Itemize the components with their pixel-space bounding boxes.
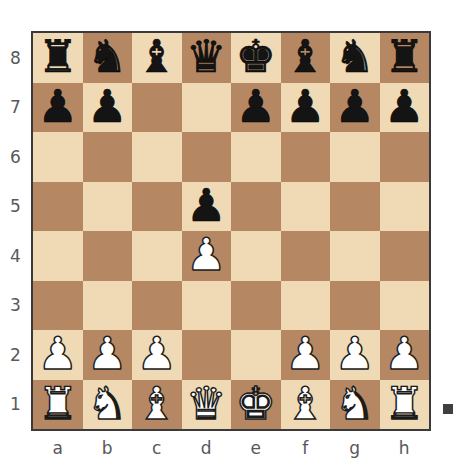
- square-f1[interactable]: ♝: [281, 380, 331, 430]
- piece-white-pawn[interactable]: ♟: [38, 331, 78, 376]
- square-g6[interactable]: [330, 132, 380, 182]
- square-a7[interactable]: ♟: [33, 83, 83, 133]
- square-f8[interactable]: ♝: [281, 33, 331, 83]
- square-e3[interactable]: [231, 281, 281, 331]
- square-d7[interactable]: [182, 83, 232, 133]
- square-a6[interactable]: [33, 132, 83, 182]
- file-label-e: e: [231, 433, 281, 462]
- piece-white-pawn[interactable]: ♟: [186, 232, 226, 277]
- square-f3[interactable]: [281, 281, 331, 331]
- file-label-f: f: [281, 433, 331, 462]
- square-h5[interactable]: [380, 182, 430, 232]
- rank-label-4: 4: [0, 231, 31, 281]
- square-b7[interactable]: ♟: [83, 83, 133, 133]
- piece-white-king[interactable]: ♚: [236, 381, 276, 426]
- rank-label-3: 3: [0, 281, 31, 331]
- piece-black-pawn[interactable]: ♟: [38, 84, 78, 129]
- square-c3[interactable]: [132, 281, 182, 331]
- square-g3[interactable]: [330, 281, 380, 331]
- file-label-a: a: [33, 433, 83, 462]
- piece-black-pawn[interactable]: ♟: [335, 84, 375, 129]
- square-g7[interactable]: ♟: [330, 83, 380, 133]
- square-c8[interactable]: ♝: [132, 33, 182, 83]
- square-b1[interactable]: ♞: [83, 380, 133, 430]
- file-labels: abcdefgh: [33, 433, 429, 462]
- piece-black-queen[interactable]: ♛: [186, 34, 226, 79]
- piece-black-pawn[interactable]: ♟: [236, 84, 276, 129]
- square-e5[interactable]: [231, 182, 281, 232]
- piece-black-pawn[interactable]: ♟: [87, 84, 127, 129]
- square-e1[interactable]: ♚: [231, 380, 281, 430]
- rank-label-7: 7: [0, 83, 31, 133]
- square-d1[interactable]: ♛: [182, 380, 232, 430]
- square-e7[interactable]: ♟: [231, 83, 281, 133]
- square-f2[interactable]: ♟: [281, 330, 331, 380]
- square-h2[interactable]: ♟: [380, 330, 430, 380]
- square-g4[interactable]: [330, 231, 380, 281]
- piece-white-pawn[interactable]: ♟: [335, 331, 375, 376]
- square-h7[interactable]: ♟: [380, 83, 430, 133]
- square-g8[interactable]: ♞: [330, 33, 380, 83]
- piece-white-pawn[interactable]: ♟: [384, 331, 424, 376]
- move-marker: [443, 404, 453, 414]
- square-d3[interactable]: [182, 281, 232, 331]
- square-f6[interactable]: [281, 132, 331, 182]
- square-h1[interactable]: ♜: [380, 380, 430, 430]
- rank-labels: 87654321: [0, 33, 31, 429]
- square-b8[interactable]: ♞: [83, 33, 133, 83]
- square-b6[interactable]: [83, 132, 133, 182]
- rank-label-1: 1: [0, 380, 31, 430]
- piece-white-bishop[interactable]: ♝: [137, 381, 177, 426]
- square-a2[interactable]: ♟: [33, 330, 83, 380]
- square-b2[interactable]: ♟: [83, 330, 133, 380]
- square-e4[interactable]: [231, 231, 281, 281]
- rank-label-2: 2: [0, 330, 31, 380]
- piece-black-knight[interactable]: ♞: [87, 34, 127, 79]
- square-h8[interactable]: ♜: [380, 33, 430, 83]
- square-f7[interactable]: ♟: [281, 83, 331, 133]
- piece-white-queen[interactable]: ♛: [186, 381, 226, 426]
- piece-white-bishop[interactable]: ♝: [285, 381, 325, 426]
- square-h6[interactable]: [380, 132, 430, 182]
- piece-black-knight[interactable]: ♞: [335, 34, 375, 79]
- chess-board[interactable]: ♜♞♝♛♚♝♞♜♟♟♟♟♟♟♟♟♟♟♟♟♟♟♜♞♝♛♚♝♞♜: [33, 33, 429, 429]
- square-e2[interactable]: [231, 330, 281, 380]
- square-a4[interactable]: [33, 231, 83, 281]
- square-c7[interactable]: [132, 83, 182, 133]
- square-h4[interactable]: [380, 231, 430, 281]
- square-b4[interactable]: [83, 231, 133, 281]
- piece-black-king[interactable]: ♚: [236, 34, 276, 79]
- square-e8[interactable]: ♚: [231, 33, 281, 83]
- file-label-h: h: [380, 433, 430, 462]
- piece-black-rook[interactable]: ♜: [38, 34, 78, 79]
- piece-white-pawn[interactable]: ♟: [285, 331, 325, 376]
- piece-white-pawn[interactable]: ♟: [87, 331, 127, 376]
- square-g5[interactable]: [330, 182, 380, 232]
- square-a5[interactable]: [33, 182, 83, 232]
- square-b3[interactable]: [83, 281, 133, 331]
- square-a1[interactable]: ♜: [33, 380, 83, 430]
- piece-black-bishop[interactable]: ♝: [137, 34, 177, 79]
- square-c4[interactable]: [132, 231, 182, 281]
- square-c2[interactable]: ♟: [132, 330, 182, 380]
- rank-label-8: 8: [0, 33, 31, 83]
- square-f4[interactable]: [281, 231, 331, 281]
- rank-label-6: 6: [0, 132, 31, 182]
- file-label-d: d: [182, 433, 232, 462]
- piece-white-rook[interactable]: ♜: [384, 381, 424, 426]
- square-g1[interactable]: ♞: [330, 380, 380, 430]
- square-c6[interactable]: [132, 132, 182, 182]
- square-c5[interactable]: [132, 182, 182, 232]
- square-g2[interactable]: ♟: [330, 330, 380, 380]
- file-label-g: g: [330, 433, 380, 462]
- piece-black-rook[interactable]: ♜: [384, 34, 424, 79]
- square-e6[interactable]: [231, 132, 281, 182]
- square-b5[interactable]: [83, 182, 133, 232]
- piece-black-bishop[interactable]: ♝: [285, 34, 325, 79]
- square-d8[interactable]: ♛: [182, 33, 232, 83]
- file-label-b: b: [83, 433, 133, 462]
- piece-black-pawn[interactable]: ♟: [384, 84, 424, 129]
- square-a8[interactable]: ♜: [33, 33, 83, 83]
- file-label-c: c: [132, 433, 182, 462]
- piece-white-pawn[interactable]: ♟: [137, 331, 177, 376]
- square-d4[interactable]: ♟: [182, 231, 232, 281]
- square-d2[interactable]: [182, 330, 232, 380]
- chess-board-frame: ♜♞♝♛♚♝♞♜♟♟♟♟♟♟♟♟♟♟♟♟♟♟♜♞♝♛♚♝♞♜: [31, 31, 431, 431]
- rank-label-5: 5: [0, 182, 31, 232]
- square-d5[interactable]: ♟: [182, 182, 232, 232]
- square-c1[interactable]: ♝: [132, 380, 182, 430]
- square-d6[interactable]: [182, 132, 232, 182]
- square-f5[interactable]: [281, 182, 331, 232]
- square-h3[interactable]: [380, 281, 430, 331]
- piece-white-rook[interactable]: ♜: [38, 381, 78, 426]
- piece-black-pawn[interactable]: ♟: [186, 183, 226, 228]
- piece-white-knight[interactable]: ♞: [87, 381, 127, 426]
- piece-black-pawn[interactable]: ♟: [285, 84, 325, 129]
- square-a3[interactable]: [33, 281, 83, 331]
- piece-white-knight[interactable]: ♞: [335, 381, 375, 426]
